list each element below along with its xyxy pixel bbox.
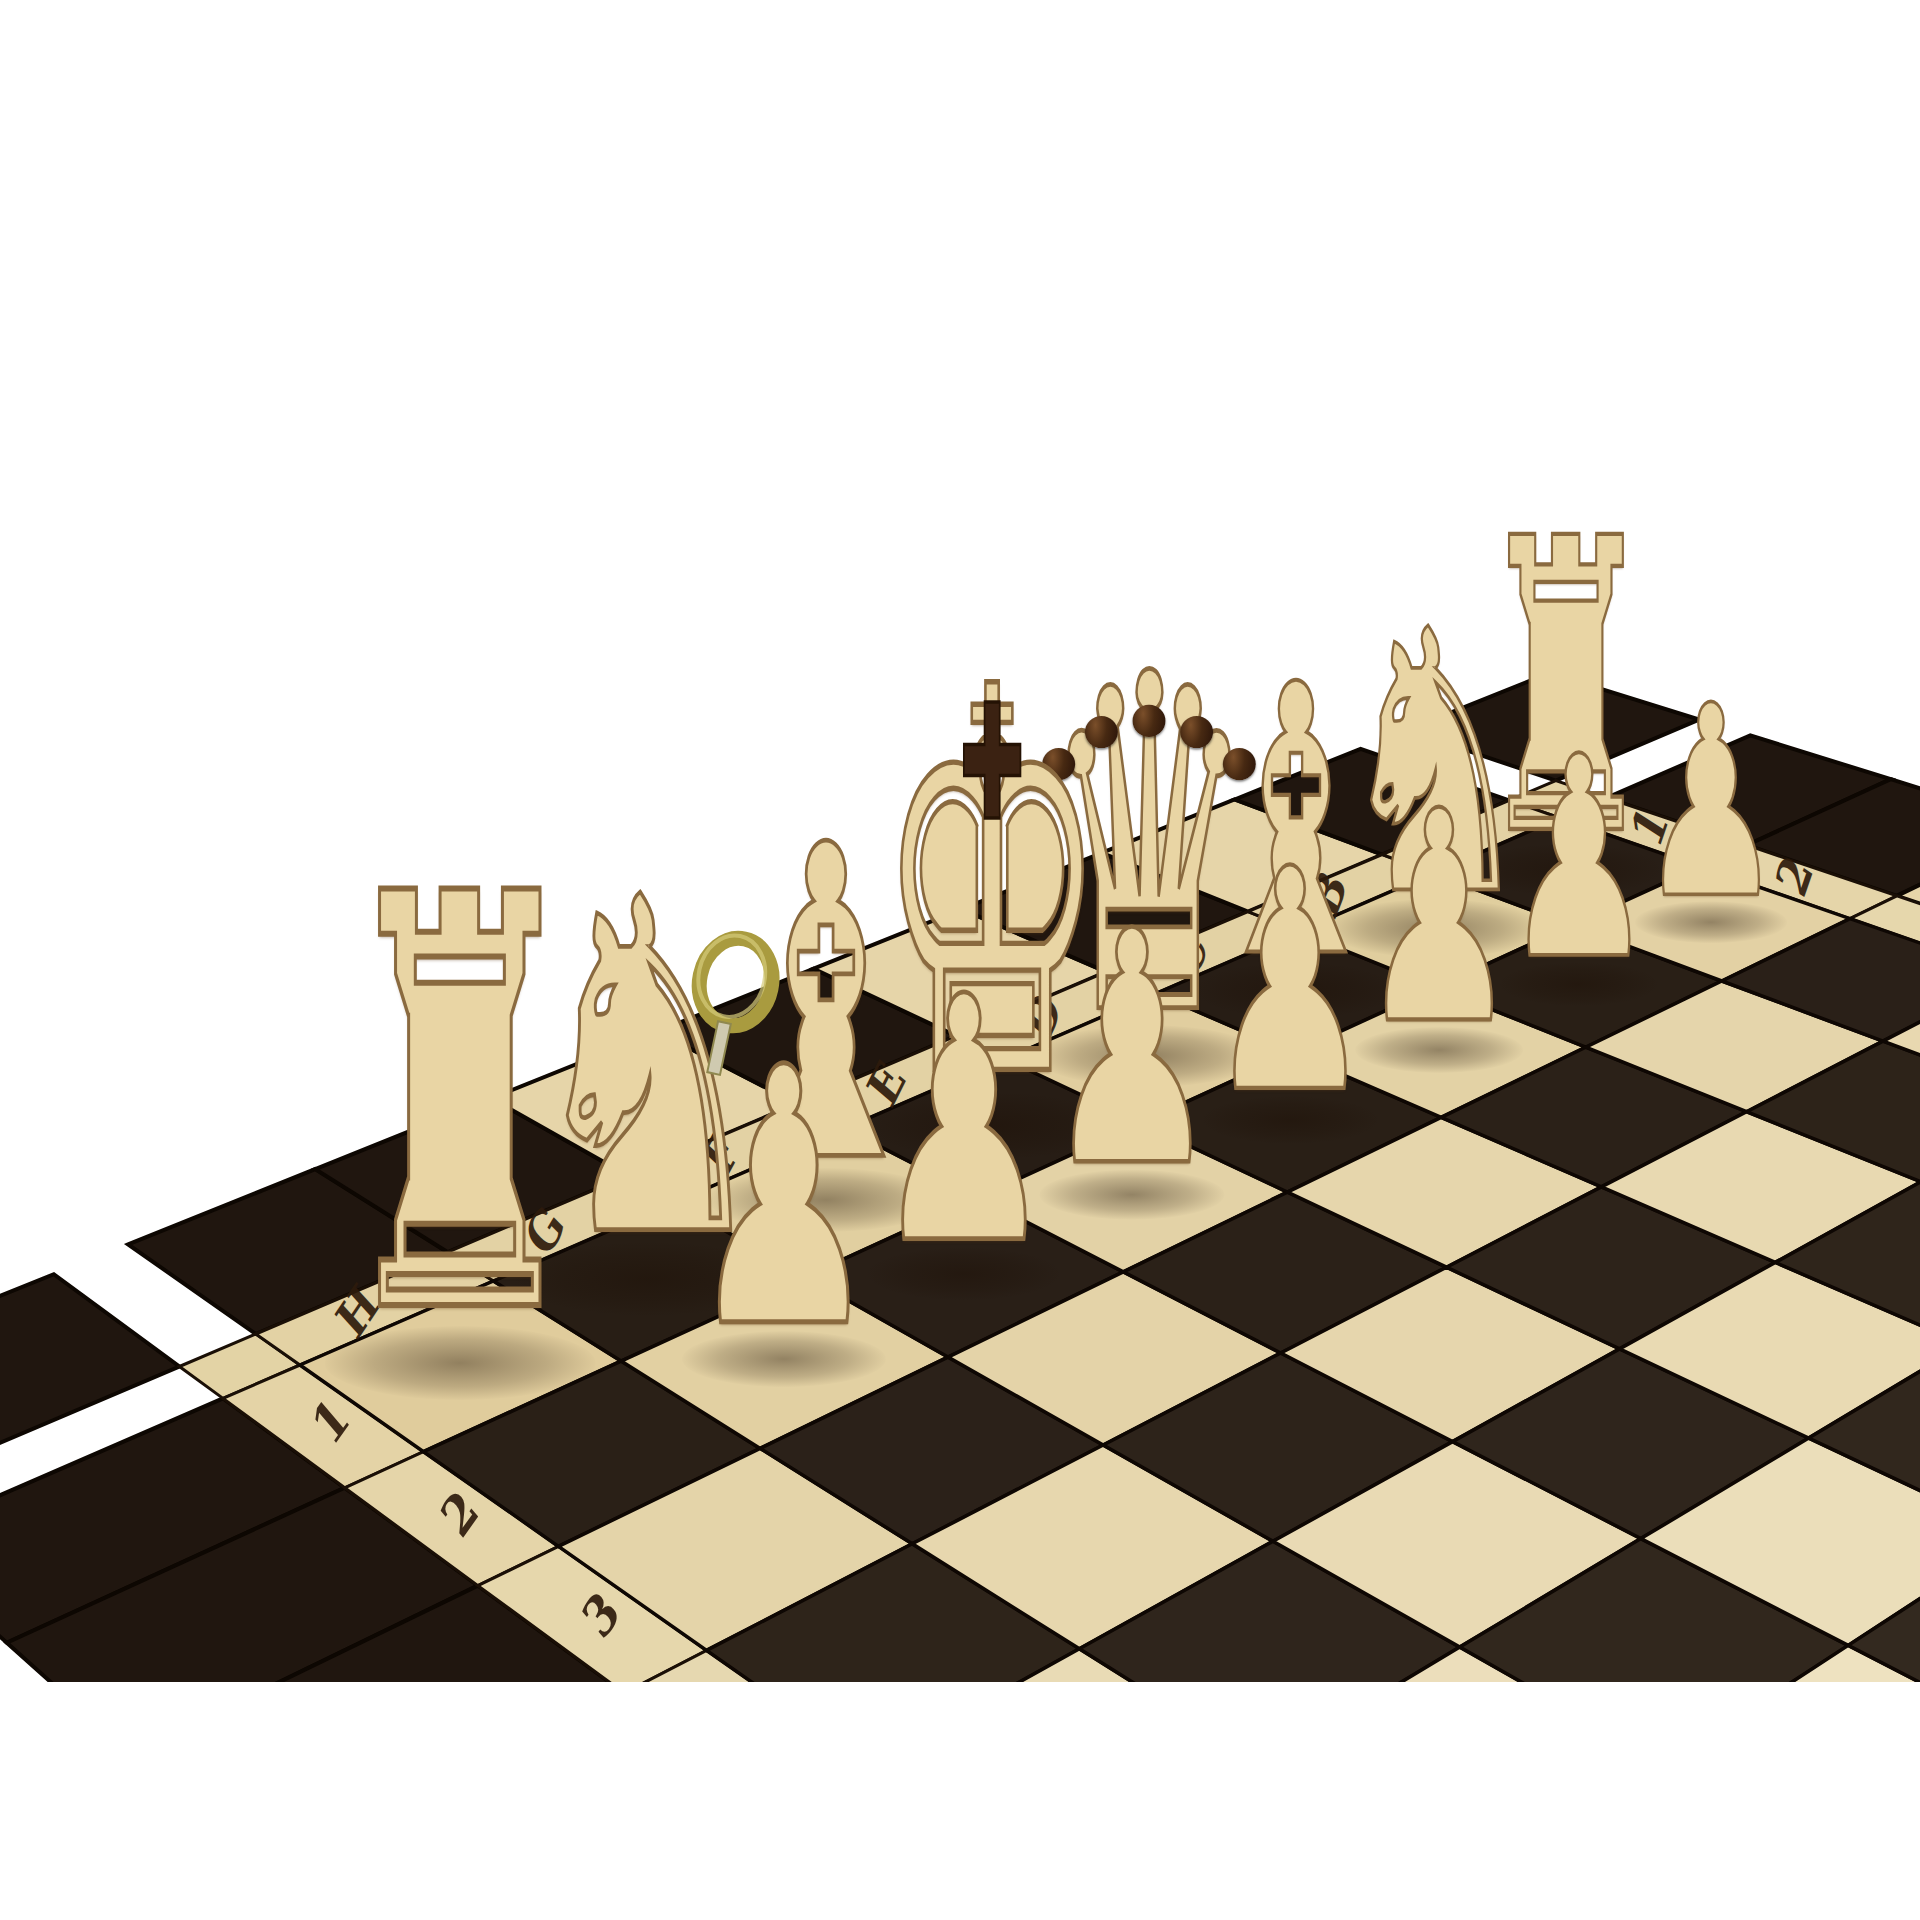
pawn-glyph: ♟ xyxy=(872,953,1055,1291)
product-photo-canvas: HGFEDCBA123123 ♜♟♞♟♝♟♛♟♚✚♟♝♟♞♟♜ xyxy=(0,0,1920,1920)
bottom-whitespace xyxy=(0,1682,1920,1920)
pawn-glyph: ♟ xyxy=(687,1022,880,1377)
pieces-layer: ♜♟♞♟♝♟♛♟♚✚♟♝♟♞♟♜ xyxy=(0,0,1920,1682)
queen-crown-bead xyxy=(1179,715,1212,748)
queen-crown-bead xyxy=(1222,748,1255,781)
queen-crown-bead xyxy=(1132,705,1165,738)
king-cross-finial: ✚ xyxy=(960,683,1025,842)
piece-white-rook-h1[interactable]: ♜ xyxy=(317,918,602,1363)
pawn-glyph: ♟ xyxy=(1207,830,1373,1136)
rook-glyph: ♜ xyxy=(332,822,588,1392)
pawn-glyph: ♟ xyxy=(1045,889,1220,1210)
chess-set-photo: HGFEDCBA123123 ♜♟♞♟♝♟♛♟♚✚♟♝♟♞♟♜ xyxy=(0,0,1920,1682)
piece-white-pawn-f2[interactable]: ♟ xyxy=(862,1011,1067,1274)
piece-white-pawn-g2[interactable]: ♟ xyxy=(676,1083,891,1360)
pawn-glyph: ♟ xyxy=(1360,773,1518,1064)
